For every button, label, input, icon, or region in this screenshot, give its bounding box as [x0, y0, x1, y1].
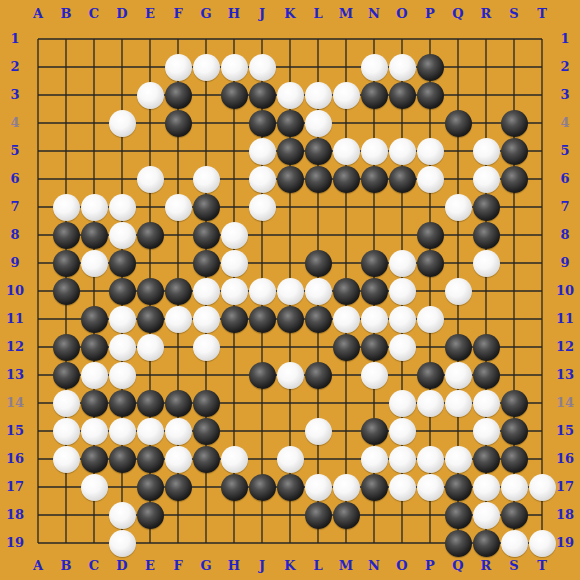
- point-Q10[interactable]: [444, 277, 472, 305]
- point-S3[interactable]: [500, 81, 528, 109]
- point-Q13[interactable]: [444, 361, 472, 389]
- point-Q4[interactable]: [444, 109, 472, 137]
- point-K13[interactable]: [276, 361, 304, 389]
- point-S18[interactable]: [500, 501, 528, 529]
- point-O19[interactable]: [388, 529, 416, 557]
- point-Q18[interactable]: [444, 501, 472, 529]
- point-D7[interactable]: [108, 193, 136, 221]
- point-C3[interactable]: [80, 81, 108, 109]
- point-J17[interactable]: [248, 473, 276, 501]
- point-G10[interactable]: [192, 277, 220, 305]
- point-P12[interactable]: [416, 333, 444, 361]
- point-R19[interactable]: [472, 529, 500, 557]
- point-O16[interactable]: [388, 445, 416, 473]
- point-J11[interactable]: [248, 305, 276, 333]
- point-M13[interactable]: [332, 361, 360, 389]
- point-L13[interactable]: [304, 361, 332, 389]
- point-R2[interactable]: [472, 53, 500, 81]
- point-G14[interactable]: [192, 389, 220, 417]
- point-K6[interactable]: [276, 165, 304, 193]
- point-Q19[interactable]: [444, 529, 472, 557]
- point-P13[interactable]: [416, 361, 444, 389]
- point-O11[interactable]: [388, 305, 416, 333]
- point-P7[interactable]: [416, 193, 444, 221]
- point-D14[interactable]: [108, 389, 136, 417]
- point-R15[interactable]: [472, 417, 500, 445]
- point-F17[interactable]: [164, 473, 192, 501]
- point-J10[interactable]: [248, 277, 276, 305]
- point-L6[interactable]: [304, 165, 332, 193]
- point-K9[interactable]: [276, 249, 304, 277]
- point-D5[interactable]: [108, 137, 136, 165]
- point-K5[interactable]: [276, 137, 304, 165]
- point-N17[interactable]: [360, 473, 388, 501]
- point-G9[interactable]: [192, 249, 220, 277]
- point-F18[interactable]: [164, 501, 192, 529]
- point-A5[interactable]: [24, 137, 52, 165]
- point-D6[interactable]: [108, 165, 136, 193]
- point-J6[interactable]: [248, 165, 276, 193]
- point-P17[interactable]: [416, 473, 444, 501]
- point-P16[interactable]: [416, 445, 444, 473]
- point-G6[interactable]: [192, 165, 220, 193]
- point-T1[interactable]: [528, 25, 556, 53]
- point-N18[interactable]: [360, 501, 388, 529]
- point-E17[interactable]: [136, 473, 164, 501]
- point-L3[interactable]: [304, 81, 332, 109]
- point-T15[interactable]: [528, 417, 556, 445]
- point-B4[interactable]: [52, 109, 80, 137]
- point-T17[interactable]: [528, 473, 556, 501]
- point-Q7[interactable]: [444, 193, 472, 221]
- point-N16[interactable]: [360, 445, 388, 473]
- point-S9[interactable]: [500, 249, 528, 277]
- point-J4[interactable]: [248, 109, 276, 137]
- point-O1[interactable]: [388, 25, 416, 53]
- point-E7[interactable]: [136, 193, 164, 221]
- point-Q8[interactable]: [444, 221, 472, 249]
- point-T16[interactable]: [528, 445, 556, 473]
- point-J7[interactable]: [248, 193, 276, 221]
- point-B1[interactable]: [52, 25, 80, 53]
- point-C16[interactable]: [80, 445, 108, 473]
- point-J9[interactable]: [248, 249, 276, 277]
- point-P19[interactable]: [416, 529, 444, 557]
- point-H15[interactable]: [220, 417, 248, 445]
- point-F19[interactable]: [164, 529, 192, 557]
- point-G5[interactable]: [192, 137, 220, 165]
- point-O2[interactable]: [388, 53, 416, 81]
- point-N4[interactable]: [360, 109, 388, 137]
- point-S12[interactable]: [500, 333, 528, 361]
- point-Q1[interactable]: [444, 25, 472, 53]
- point-N7[interactable]: [360, 193, 388, 221]
- point-A11[interactable]: [24, 305, 52, 333]
- point-J16[interactable]: [248, 445, 276, 473]
- point-A4[interactable]: [24, 109, 52, 137]
- point-D8[interactable]: [108, 221, 136, 249]
- point-S2[interactable]: [500, 53, 528, 81]
- point-C2[interactable]: [80, 53, 108, 81]
- point-N19[interactable]: [360, 529, 388, 557]
- point-B6[interactable]: [52, 165, 80, 193]
- point-O3[interactable]: [388, 81, 416, 109]
- point-L14[interactable]: [304, 389, 332, 417]
- point-A1[interactable]: [24, 25, 52, 53]
- point-D18[interactable]: [108, 501, 136, 529]
- point-H16[interactable]: [220, 445, 248, 473]
- point-O17[interactable]: [388, 473, 416, 501]
- point-Q17[interactable]: [444, 473, 472, 501]
- point-P5[interactable]: [416, 137, 444, 165]
- point-D2[interactable]: [108, 53, 136, 81]
- point-P10[interactable]: [416, 277, 444, 305]
- point-P9[interactable]: [416, 249, 444, 277]
- point-A19[interactable]: [24, 529, 52, 557]
- point-H3[interactable]: [220, 81, 248, 109]
- point-F1[interactable]: [164, 25, 192, 53]
- point-B13[interactable]: [52, 361, 80, 389]
- point-E13[interactable]: [136, 361, 164, 389]
- point-Q2[interactable]: [444, 53, 472, 81]
- point-F4[interactable]: [164, 109, 192, 137]
- point-K15[interactable]: [276, 417, 304, 445]
- point-R18[interactable]: [472, 501, 500, 529]
- point-M7[interactable]: [332, 193, 360, 221]
- point-G4[interactable]: [192, 109, 220, 137]
- point-O6[interactable]: [388, 165, 416, 193]
- point-T12[interactable]: [528, 333, 556, 361]
- point-R11[interactable]: [472, 305, 500, 333]
- point-D15[interactable]: [108, 417, 136, 445]
- point-N1[interactable]: [360, 25, 388, 53]
- point-B10[interactable]: [52, 277, 80, 305]
- point-N12[interactable]: [360, 333, 388, 361]
- point-N14[interactable]: [360, 389, 388, 417]
- point-H17[interactable]: [220, 473, 248, 501]
- point-E8[interactable]: [136, 221, 164, 249]
- point-C9[interactable]: [80, 249, 108, 277]
- point-A17[interactable]: [24, 473, 52, 501]
- point-J5[interactable]: [248, 137, 276, 165]
- point-L4[interactable]: [304, 109, 332, 137]
- point-T7[interactable]: [528, 193, 556, 221]
- point-N15[interactable]: [360, 417, 388, 445]
- point-A16[interactable]: [24, 445, 52, 473]
- point-M4[interactable]: [332, 109, 360, 137]
- point-A14[interactable]: [24, 389, 52, 417]
- point-M10[interactable]: [332, 277, 360, 305]
- point-K14[interactable]: [276, 389, 304, 417]
- point-M6[interactable]: [332, 165, 360, 193]
- point-G17[interactable]: [192, 473, 220, 501]
- point-R16[interactable]: [472, 445, 500, 473]
- point-G2[interactable]: [192, 53, 220, 81]
- point-R3[interactable]: [472, 81, 500, 109]
- point-T5[interactable]: [528, 137, 556, 165]
- point-O7[interactable]: [388, 193, 416, 221]
- point-R9[interactable]: [472, 249, 500, 277]
- point-D16[interactable]: [108, 445, 136, 473]
- point-F14[interactable]: [164, 389, 192, 417]
- point-Q16[interactable]: [444, 445, 472, 473]
- point-S17[interactable]: [500, 473, 528, 501]
- point-O13[interactable]: [388, 361, 416, 389]
- point-R17[interactable]: [472, 473, 500, 501]
- point-H4[interactable]: [220, 109, 248, 137]
- point-K1[interactable]: [276, 25, 304, 53]
- point-R5[interactable]: [472, 137, 500, 165]
- point-F12[interactable]: [164, 333, 192, 361]
- point-D1[interactable]: [108, 25, 136, 53]
- point-J13[interactable]: [248, 361, 276, 389]
- point-P3[interactable]: [416, 81, 444, 109]
- point-L15[interactable]: [304, 417, 332, 445]
- point-T13[interactable]: [528, 361, 556, 389]
- point-D13[interactable]: [108, 361, 136, 389]
- point-F16[interactable]: [164, 445, 192, 473]
- point-L11[interactable]: [304, 305, 332, 333]
- point-B8[interactable]: [52, 221, 80, 249]
- point-E14[interactable]: [136, 389, 164, 417]
- point-S8[interactable]: [500, 221, 528, 249]
- point-T8[interactable]: [528, 221, 556, 249]
- point-G7[interactable]: [192, 193, 220, 221]
- point-T3[interactable]: [528, 81, 556, 109]
- point-P8[interactable]: [416, 221, 444, 249]
- point-M1[interactable]: [332, 25, 360, 53]
- point-C15[interactable]: [80, 417, 108, 445]
- point-G11[interactable]: [192, 305, 220, 333]
- point-E1[interactable]: [136, 25, 164, 53]
- point-M18[interactable]: [332, 501, 360, 529]
- point-C7[interactable]: [80, 193, 108, 221]
- point-M12[interactable]: [332, 333, 360, 361]
- point-A15[interactable]: [24, 417, 52, 445]
- point-E5[interactable]: [136, 137, 164, 165]
- point-F8[interactable]: [164, 221, 192, 249]
- point-K4[interactable]: [276, 109, 304, 137]
- point-S7[interactable]: [500, 193, 528, 221]
- point-O10[interactable]: [388, 277, 416, 305]
- point-C8[interactable]: [80, 221, 108, 249]
- point-S14[interactable]: [500, 389, 528, 417]
- point-N11[interactable]: [360, 305, 388, 333]
- point-A10[interactable]: [24, 277, 52, 305]
- point-R6[interactable]: [472, 165, 500, 193]
- point-P2[interactable]: [416, 53, 444, 81]
- point-J19[interactable]: [248, 529, 276, 557]
- point-Q11[interactable]: [444, 305, 472, 333]
- point-B14[interactable]: [52, 389, 80, 417]
- point-E15[interactable]: [136, 417, 164, 445]
- point-M19[interactable]: [332, 529, 360, 557]
- point-A7[interactable]: [24, 193, 52, 221]
- point-H1[interactable]: [220, 25, 248, 53]
- point-M15[interactable]: [332, 417, 360, 445]
- point-O8[interactable]: [388, 221, 416, 249]
- point-C11[interactable]: [80, 305, 108, 333]
- point-B9[interactable]: [52, 249, 80, 277]
- point-S5[interactable]: [500, 137, 528, 165]
- point-E4[interactable]: [136, 109, 164, 137]
- point-F6[interactable]: [164, 165, 192, 193]
- point-F9[interactable]: [164, 249, 192, 277]
- point-A6[interactable]: [24, 165, 52, 193]
- point-M17[interactable]: [332, 473, 360, 501]
- point-E12[interactable]: [136, 333, 164, 361]
- point-A18[interactable]: [24, 501, 52, 529]
- point-C19[interactable]: [80, 529, 108, 557]
- point-J3[interactable]: [248, 81, 276, 109]
- point-G12[interactable]: [192, 333, 220, 361]
- point-Q12[interactable]: [444, 333, 472, 361]
- point-N13[interactable]: [360, 361, 388, 389]
- point-L2[interactable]: [304, 53, 332, 81]
- point-O9[interactable]: [388, 249, 416, 277]
- point-J14[interactable]: [248, 389, 276, 417]
- point-A9[interactable]: [24, 249, 52, 277]
- point-C17[interactable]: [80, 473, 108, 501]
- point-G16[interactable]: [192, 445, 220, 473]
- point-N3[interactable]: [360, 81, 388, 109]
- point-R8[interactable]: [472, 221, 500, 249]
- point-M14[interactable]: [332, 389, 360, 417]
- point-D4[interactable]: [108, 109, 136, 137]
- point-G18[interactable]: [192, 501, 220, 529]
- point-C10[interactable]: [80, 277, 108, 305]
- point-H11[interactable]: [220, 305, 248, 333]
- point-B19[interactable]: [52, 529, 80, 557]
- point-C18[interactable]: [80, 501, 108, 529]
- point-J8[interactable]: [248, 221, 276, 249]
- point-R14[interactable]: [472, 389, 500, 417]
- point-O12[interactable]: [388, 333, 416, 361]
- point-G1[interactable]: [192, 25, 220, 53]
- point-E16[interactable]: [136, 445, 164, 473]
- point-P14[interactable]: [416, 389, 444, 417]
- point-H10[interactable]: [220, 277, 248, 305]
- point-O15[interactable]: [388, 417, 416, 445]
- point-C1[interactable]: [80, 25, 108, 53]
- point-B7[interactable]: [52, 193, 80, 221]
- point-C6[interactable]: [80, 165, 108, 193]
- point-R12[interactable]: [472, 333, 500, 361]
- point-Q5[interactable]: [444, 137, 472, 165]
- point-F10[interactable]: [164, 277, 192, 305]
- point-P6[interactable]: [416, 165, 444, 193]
- point-M3[interactable]: [332, 81, 360, 109]
- point-C5[interactable]: [80, 137, 108, 165]
- point-A13[interactable]: [24, 361, 52, 389]
- point-B15[interactable]: [52, 417, 80, 445]
- point-C13[interactable]: [80, 361, 108, 389]
- point-F13[interactable]: [164, 361, 192, 389]
- point-F11[interactable]: [164, 305, 192, 333]
- point-K8[interactable]: [276, 221, 304, 249]
- point-B5[interactable]: [52, 137, 80, 165]
- point-K12[interactable]: [276, 333, 304, 361]
- point-H18[interactable]: [220, 501, 248, 529]
- point-H14[interactable]: [220, 389, 248, 417]
- point-P18[interactable]: [416, 501, 444, 529]
- point-G3[interactable]: [192, 81, 220, 109]
- point-B11[interactable]: [52, 305, 80, 333]
- point-R13[interactable]: [472, 361, 500, 389]
- point-P1[interactable]: [416, 25, 444, 53]
- point-L18[interactable]: [304, 501, 332, 529]
- point-H2[interactable]: [220, 53, 248, 81]
- point-D3[interactable]: [108, 81, 136, 109]
- point-D12[interactable]: [108, 333, 136, 361]
- point-T6[interactable]: [528, 165, 556, 193]
- point-F2[interactable]: [164, 53, 192, 81]
- point-P15[interactable]: [416, 417, 444, 445]
- point-E10[interactable]: [136, 277, 164, 305]
- point-C12[interactable]: [80, 333, 108, 361]
- point-S19[interactable]: [500, 529, 528, 557]
- point-G19[interactable]: [192, 529, 220, 557]
- point-S15[interactable]: [500, 417, 528, 445]
- point-K3[interactable]: [276, 81, 304, 109]
- point-O5[interactable]: [388, 137, 416, 165]
- point-R4[interactable]: [472, 109, 500, 137]
- point-L7[interactable]: [304, 193, 332, 221]
- point-S6[interactable]: [500, 165, 528, 193]
- point-K2[interactable]: [276, 53, 304, 81]
- point-L19[interactable]: [304, 529, 332, 557]
- point-H9[interactable]: [220, 249, 248, 277]
- point-J1[interactable]: [248, 25, 276, 53]
- point-H5[interactable]: [220, 137, 248, 165]
- point-E2[interactable]: [136, 53, 164, 81]
- point-C4[interactable]: [80, 109, 108, 137]
- point-H19[interactable]: [220, 529, 248, 557]
- point-R10[interactable]: [472, 277, 500, 305]
- point-M5[interactable]: [332, 137, 360, 165]
- point-A8[interactable]: [24, 221, 52, 249]
- point-N2[interactable]: [360, 53, 388, 81]
- point-L5[interactable]: [304, 137, 332, 165]
- point-G15[interactable]: [192, 417, 220, 445]
- point-F7[interactable]: [164, 193, 192, 221]
- point-Q14[interactable]: [444, 389, 472, 417]
- point-E3[interactable]: [136, 81, 164, 109]
- point-R7[interactable]: [472, 193, 500, 221]
- point-Q9[interactable]: [444, 249, 472, 277]
- point-K19[interactable]: [276, 529, 304, 557]
- point-L9[interactable]: [304, 249, 332, 277]
- point-H12[interactable]: [220, 333, 248, 361]
- point-Q15[interactable]: [444, 417, 472, 445]
- point-M11[interactable]: [332, 305, 360, 333]
- point-T2[interactable]: [528, 53, 556, 81]
- point-H8[interactable]: [220, 221, 248, 249]
- point-K16[interactable]: [276, 445, 304, 473]
- point-M2[interactable]: [332, 53, 360, 81]
- point-Q3[interactable]: [444, 81, 472, 109]
- point-E11[interactable]: [136, 305, 164, 333]
- point-T10[interactable]: [528, 277, 556, 305]
- point-N8[interactable]: [360, 221, 388, 249]
- point-E6[interactable]: [136, 165, 164, 193]
- point-M9[interactable]: [332, 249, 360, 277]
- point-K7[interactable]: [276, 193, 304, 221]
- point-K17[interactable]: [276, 473, 304, 501]
- point-B18[interactable]: [52, 501, 80, 529]
- point-S10[interactable]: [500, 277, 528, 305]
- point-K10[interactable]: [276, 277, 304, 305]
